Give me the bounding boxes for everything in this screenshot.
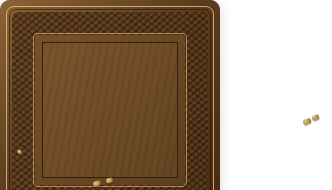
chess-set-photo [0, 0, 332, 190]
pieces-layer [0, 0, 332, 190]
